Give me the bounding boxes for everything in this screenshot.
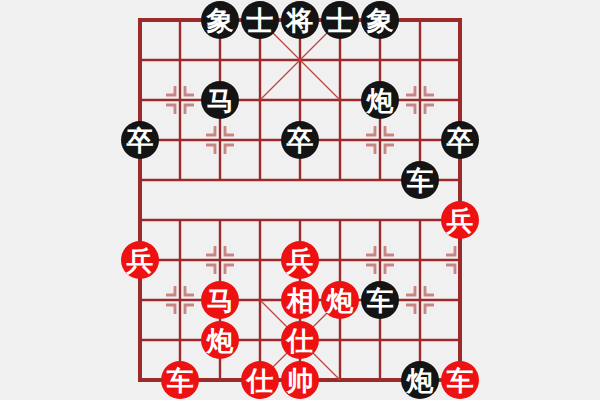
board-point[interactable] — [160, 0, 200, 40]
board-point[interactable] — [320, 40, 360, 80]
piece-black-soldier[interactable]: 卒 — [441, 121, 479, 159]
piece-red-general[interactable]: 帅 — [281, 361, 319, 399]
board-point[interactable]: 兵 — [120, 240, 160, 280]
board-point[interactable] — [240, 280, 280, 320]
board-point[interactable] — [320, 240, 360, 280]
board-point[interactable] — [240, 80, 280, 120]
board-point[interactable]: 车 — [360, 280, 400, 320]
board-point[interactable]: 仕 — [240, 360, 280, 400]
piece-red-cannon[interactable]: 炮 — [321, 281, 359, 319]
piece-red-chariot[interactable]: 车 — [441, 361, 479, 399]
piece-red-chariot[interactable]: 车 — [161, 361, 199, 399]
piece-black-chariot[interactable]: 车 — [361, 281, 399, 319]
board-point[interactable]: 兵 — [440, 200, 480, 240]
board-point[interactable] — [160, 40, 200, 80]
board-point[interactable] — [360, 160, 400, 200]
piece-red-advisor[interactable]: 仕 — [281, 321, 319, 359]
board-point[interactable]: 马 — [200, 80, 240, 120]
board-point[interactable] — [440, 40, 480, 80]
board-point[interactable] — [200, 160, 240, 200]
board-point[interactable] — [320, 120, 360, 160]
piece-red-horse[interactable]: 马 — [201, 281, 239, 319]
board-point[interactable] — [400, 280, 440, 320]
board-point[interactable] — [400, 120, 440, 160]
board-point[interactable] — [240, 120, 280, 160]
board-point[interactable] — [400, 40, 440, 80]
piece-red-cannon[interactable]: 炮 — [201, 321, 239, 359]
piece-black-advisor[interactable]: 士 — [241, 1, 279, 39]
board-point[interactable] — [120, 280, 160, 320]
board-point[interactable]: 炮 — [360, 80, 400, 120]
piece-black-horse[interactable]: 马 — [201, 81, 239, 119]
board-point[interactable] — [120, 80, 160, 120]
board-point[interactable] — [320, 360, 360, 400]
board-point[interactable] — [440, 320, 480, 360]
board-point[interactable] — [280, 200, 320, 240]
board-point[interactable] — [160, 200, 200, 240]
piece-red-soldier[interactable]: 兵 — [121, 241, 159, 279]
xiangqi-board: 象士将士象马炮卒卒卒车兵兵兵马相炮车炮仕车仕帅炮车 — [0, 0, 600, 400]
board-point[interactable] — [320, 80, 360, 120]
board-point[interactable] — [160, 320, 200, 360]
board-point[interactable]: 士 — [240, 0, 280, 40]
piece-black-cannon[interactable]: 炮 — [361, 81, 399, 119]
board-point[interactable]: 卒 — [440, 120, 480, 160]
piece-black-chariot[interactable]: 车 — [401, 161, 439, 199]
board-point[interactable] — [440, 0, 480, 40]
board-point[interactable] — [320, 200, 360, 240]
board-point[interactable]: 炮 — [400, 360, 440, 400]
board-point[interactable] — [320, 320, 360, 360]
board-point[interactable] — [160, 160, 200, 200]
board-point[interactable] — [280, 40, 320, 80]
board-point[interactable] — [360, 240, 400, 280]
board-point[interactable] — [240, 320, 280, 360]
board-point[interactable] — [200, 40, 240, 80]
board-point[interactable]: 炮 — [320, 280, 360, 320]
board-point[interactable] — [360, 120, 400, 160]
board-point[interactable]: 士 — [320, 0, 360, 40]
piece-red-soldier[interactable]: 兵 — [281, 241, 319, 279]
piece-black-cannon[interactable]: 炮 — [401, 361, 439, 399]
board-points-grid[interactable]: 象士将士象马炮卒卒卒车兵兵兵马相炮车炮仕车仕帅炮车 — [120, 0, 480, 400]
piece-red-soldier[interactable]: 兵 — [441, 201, 479, 239]
board-point[interactable] — [160, 120, 200, 160]
board-point[interactable] — [200, 360, 240, 400]
board-point[interactable] — [280, 160, 320, 200]
board-point[interactable]: 车 — [160, 360, 200, 400]
board-point[interactable] — [160, 240, 200, 280]
board-point[interactable] — [120, 160, 160, 200]
board-point[interactable]: 将 — [280, 0, 320, 40]
board-point[interactable]: 兵 — [280, 240, 320, 280]
board-point[interactable]: 炮 — [200, 320, 240, 360]
board-point[interactable]: 车 — [440, 360, 480, 400]
board-point[interactable] — [360, 360, 400, 400]
piece-black-advisor[interactable]: 士 — [321, 1, 359, 39]
board-point[interactable]: 车 — [400, 160, 440, 200]
board-point[interactable]: 仕 — [280, 320, 320, 360]
board-point[interactable] — [360, 40, 400, 80]
board-point[interactable] — [120, 40, 160, 80]
board-point[interactable] — [400, 0, 440, 40]
board-point[interactable] — [360, 200, 400, 240]
piece-black-elephant[interactable]: 象 — [361, 1, 399, 39]
board-point[interactable] — [440, 80, 480, 120]
board-point[interactable] — [160, 80, 200, 120]
board-point[interactable] — [400, 200, 440, 240]
piece-black-general[interactable]: 将 — [281, 1, 319, 39]
piece-black-soldier[interactable]: 卒 — [281, 121, 319, 159]
board-point[interactable] — [360, 320, 400, 360]
board-point[interactable] — [240, 240, 280, 280]
board-point[interactable] — [200, 120, 240, 160]
board-point[interactable]: 象 — [200, 0, 240, 40]
board-point[interactable]: 马 — [200, 280, 240, 320]
piece-red-advisor[interactable]: 仕 — [241, 361, 279, 399]
board-point[interactable] — [400, 240, 440, 280]
piece-red-elephant[interactable]: 相 — [281, 281, 319, 319]
board-point[interactable] — [240, 160, 280, 200]
board-point[interactable] — [440, 160, 480, 200]
board-point[interactable] — [400, 80, 440, 120]
board-point[interactable]: 卒 — [120, 120, 160, 160]
board-point[interactable] — [120, 360, 160, 400]
board-point[interactable]: 卒 — [280, 120, 320, 160]
board-point[interactable]: 帅 — [280, 360, 320, 400]
board-point[interactable] — [440, 240, 480, 280]
piece-black-soldier[interactable]: 卒 — [121, 121, 159, 159]
board-point[interactable] — [120, 0, 160, 40]
board-point[interactable] — [320, 160, 360, 200]
board-point[interactable] — [200, 240, 240, 280]
board-point[interactable] — [440, 280, 480, 320]
board-point[interactable] — [400, 320, 440, 360]
board-point[interactable] — [120, 200, 160, 240]
board-point[interactable]: 相 — [280, 280, 320, 320]
piece-black-elephant[interactable]: 象 — [201, 1, 239, 39]
board-point[interactable] — [280, 80, 320, 120]
board-point[interactable] — [120, 320, 160, 360]
board-point[interactable] — [240, 40, 280, 80]
board-point[interactable] — [240, 200, 280, 240]
board-point[interactable] — [200, 200, 240, 240]
board-point[interactable] — [160, 280, 200, 320]
board-point[interactable]: 象 — [360, 0, 400, 40]
